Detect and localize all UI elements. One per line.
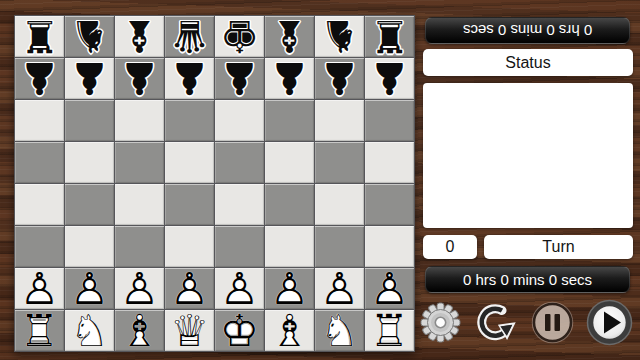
square-f6[interactable]: [265, 100, 314, 141]
pause-icon: [531, 301, 574, 344]
piece-black-rook[interactable]: ♜: [15, 16, 64, 57]
piece-white-knight[interactable]: ♞♘: [65, 310, 114, 351]
player-timer: 0 hrs 0 mins 0 secs: [425, 266, 630, 293]
square-g8[interactable]: ♞: [315, 16, 364, 57]
square-a5[interactable]: [15, 142, 64, 183]
piece-black-pawn[interactable]: ♟: [365, 58, 414, 99]
square-f8[interactable]: ♝: [265, 16, 314, 57]
piece-white-queen[interactable]: ♛♕: [165, 310, 214, 351]
piece-white-pawn[interactable]: ♟♙: [365, 268, 414, 309]
square-a6[interactable]: [15, 100, 64, 141]
app-window: ♜♞♝♛♚♝♞♜♟♟♟♟♟♟♟♟♟♙♟♙♟♙♟♙♟♙♟♙♟♙♟♙♜♖♞♘♝♗♛♕…: [0, 0, 640, 360]
square-b2[interactable]: ♟♙: [65, 268, 114, 309]
square-c2[interactable]: ♟♙: [115, 268, 164, 309]
settings-button[interactable]: [420, 301, 461, 344]
square-f3[interactable]: [265, 226, 314, 267]
piece-white-pawn[interactable]: ♟♙: [165, 268, 214, 309]
piece-white-pawn[interactable]: ♟♙: [115, 268, 164, 309]
circular-arrow-icon: [473, 300, 518, 345]
piece-black-pawn[interactable]: ♟: [115, 58, 164, 99]
square-h5[interactable]: [365, 142, 414, 183]
piece-white-pawn[interactable]: ♟♙: [65, 268, 114, 309]
square-e8[interactable]: ♚: [215, 16, 264, 57]
square-d3[interactable]: [165, 226, 214, 267]
piece-white-knight[interactable]: ♞♘: [315, 310, 364, 351]
piece-white-rook[interactable]: ♜♖: [365, 310, 414, 351]
square-a4[interactable]: [15, 184, 64, 225]
piece-white-pawn[interactable]: ♟♙: [15, 268, 64, 309]
move-count: 0: [423, 235, 477, 259]
controls-bar: [420, 299, 633, 345]
square-c3[interactable]: [115, 226, 164, 267]
square-a2[interactable]: ♟♙: [15, 268, 64, 309]
piece-black-knight[interactable]: ♞: [65, 16, 114, 57]
square-d4[interactable]: [165, 184, 214, 225]
piece-white-pawn[interactable]: ♟♙: [315, 268, 364, 309]
piece-white-pawn[interactable]: ♟♙: [265, 268, 314, 309]
opponent-timer-text: 0 hrs 0 mins 0 secs: [463, 22, 592, 39]
square-h7[interactable]: ♟: [365, 58, 414, 99]
square-d5[interactable]: [165, 142, 214, 183]
square-d7[interactable]: ♟: [165, 58, 214, 99]
square-f2[interactable]: ♟♙: [265, 268, 314, 309]
square-a3[interactable]: [15, 226, 64, 267]
square-f7[interactable]: ♟: [265, 58, 314, 99]
turn-indicator: Turn: [484, 235, 633, 259]
opponent-timer: 0 hrs 0 mins 0 secs: [425, 17, 630, 44]
square-g2[interactable]: ♟♙: [315, 268, 364, 309]
chess-board[interactable]: ♜♞♝♛♚♝♞♜♟♟♟♟♟♟♟♟♟♙♟♙♟♙♟♙♟♙♟♙♟♙♟♙♜♖♞♘♝♗♛♕…: [14, 15, 415, 352]
square-b3[interactable]: [65, 226, 114, 267]
status-header: Status: [423, 49, 633, 76]
piece-black-pawn[interactable]: ♟: [315, 58, 364, 99]
square-f5[interactable]: [265, 142, 314, 183]
square-b8[interactable]: ♞: [65, 16, 114, 57]
square-c4[interactable]: [115, 184, 164, 225]
square-e2[interactable]: ♟♙: [215, 268, 264, 309]
square-e3[interactable]: [215, 226, 264, 267]
square-g5[interactable]: [315, 142, 364, 183]
square-b7[interactable]: ♟: [65, 58, 114, 99]
square-b1[interactable]: ♞♘: [65, 310, 114, 351]
square-f1[interactable]: ♝♗: [265, 310, 314, 351]
piece-white-rook[interactable]: ♜♖: [15, 310, 64, 351]
play-button[interactable]: [586, 299, 633, 346]
square-d6[interactable]: [165, 100, 214, 141]
square-b6[interactable]: [65, 100, 114, 141]
square-b4[interactable]: [65, 184, 114, 225]
square-d2[interactable]: ♟♙: [165, 268, 214, 309]
piece-white-king[interactable]: ♚♔: [215, 310, 264, 351]
piece-black-knight[interactable]: ♞: [315, 16, 364, 57]
square-c7[interactable]: ♟: [115, 58, 164, 99]
square-g3[interactable]: [315, 226, 364, 267]
square-e4[interactable]: [215, 184, 264, 225]
piece-black-pawn[interactable]: ♟: [15, 58, 64, 99]
gear-icon: [420, 301, 461, 344]
move-count-value: 0: [446, 238, 455, 256]
square-e5[interactable]: [215, 142, 264, 183]
player-timer-text: 0 hrs 0 mins 0 secs: [463, 271, 592, 288]
square-d1[interactable]: ♛♕: [165, 310, 214, 351]
square-c8[interactable]: ♝: [115, 16, 164, 57]
square-h2[interactable]: ♟♙: [365, 268, 414, 309]
square-g1[interactable]: ♞♘: [315, 310, 364, 351]
piece-black-bishop[interactable]: ♝: [115, 16, 164, 57]
square-e1[interactable]: ♚♔: [215, 310, 264, 351]
piece-black-rook[interactable]: ♜: [365, 16, 414, 57]
square-g6[interactable]: [315, 100, 364, 141]
square-c5[interactable]: [115, 142, 164, 183]
square-c6[interactable]: [115, 100, 164, 141]
square-g4[interactable]: [315, 184, 364, 225]
piece-black-bishop[interactable]: ♝: [265, 16, 314, 57]
square-h8[interactable]: ♜: [365, 16, 414, 57]
square-h1[interactable]: ♜♖: [365, 310, 414, 351]
square-f4[interactable]: [265, 184, 314, 225]
piece-black-pawn[interactable]: ♟: [265, 58, 314, 99]
square-a7[interactable]: ♟: [15, 58, 64, 99]
status-label: Status: [505, 54, 550, 72]
square-e6[interactable]: [215, 100, 264, 141]
play-icon: [586, 299, 633, 346]
piece-white-pawn[interactable]: ♟♙: [215, 268, 264, 309]
square-h3[interactable]: [365, 226, 414, 267]
square-h4[interactable]: [365, 184, 414, 225]
piece-black-pawn[interactable]: ♟: [215, 58, 264, 99]
square-a8[interactable]: ♜: [15, 16, 64, 57]
piece-black-queen[interactable]: ♛: [165, 16, 214, 57]
piece-white-bishop[interactable]: ♝♗: [265, 310, 314, 351]
square-a1[interactable]: ♜♖: [15, 310, 64, 351]
message-panel: [423, 83, 633, 228]
square-c1[interactable]: ♝♗: [115, 310, 164, 351]
piece-black-pawn[interactable]: ♟: [65, 58, 114, 99]
turn-label: Turn: [542, 238, 574, 256]
redo-button[interactable]: [473, 300, 518, 345]
piece-black-king[interactable]: ♚: [215, 16, 264, 57]
square-h6[interactable]: [365, 100, 414, 141]
square-e7[interactable]: ♟: [215, 58, 264, 99]
square-g7[interactable]: ♟: [315, 58, 364, 99]
piece-white-bishop[interactable]: ♝♗: [115, 310, 164, 351]
square-d8[interactable]: ♛: [165, 16, 214, 57]
square-b5[interactable]: [65, 142, 114, 183]
pause-button[interactable]: [531, 301, 574, 344]
piece-black-pawn[interactable]: ♟: [165, 58, 214, 99]
